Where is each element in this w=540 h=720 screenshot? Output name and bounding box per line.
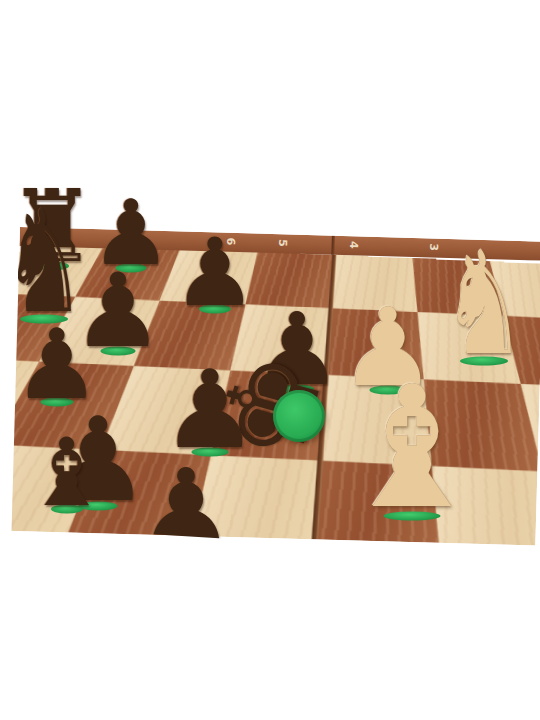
square-d4 bbox=[312, 461, 441, 546]
rank-label-3: 3 bbox=[427, 241, 440, 253]
square-d3 bbox=[431, 466, 540, 546]
square-a5 bbox=[245, 251, 334, 308]
rank-label-4: 4 bbox=[347, 239, 360, 251]
square-c5 bbox=[210, 370, 326, 460]
square-a3 bbox=[412, 258, 504, 316]
rank-label-5: 5 bbox=[276, 237, 289, 249]
rank-label-6: 6 bbox=[224, 235, 237, 247]
square-c4 bbox=[320, 375, 431, 466]
square-b5 bbox=[230, 304, 331, 374]
chess-board: 6543 bbox=[12, 227, 540, 546]
border-seam bbox=[331, 236, 335, 255]
square-a4 bbox=[331, 255, 417, 312]
felt-base-f6 bbox=[167, 549, 205, 558]
board-plane bbox=[12, 242, 540, 546]
square-b4 bbox=[326, 308, 423, 379]
